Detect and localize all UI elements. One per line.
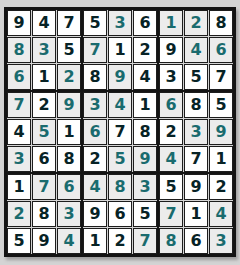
cell-r1c9[interactable]: 8: [209, 10, 233, 36]
cell-r7c5[interactable]: 8: [108, 174, 132, 200]
sudoku-box-5: 341678259: [83, 92, 157, 172]
cell-r9c8[interactable]: 6: [184, 228, 208, 254]
cell-r5c1[interactable]: 4: [7, 119, 31, 145]
cell-r1c3[interactable]: 7: [57, 10, 81, 36]
cell-r9c5[interactable]: 2: [108, 228, 132, 254]
cell-r1c8[interactable]: 2: [184, 10, 208, 36]
cell-r9c9[interactable]: 3: [209, 228, 233, 254]
cell-r8c6[interactable]: 5: [133, 201, 157, 227]
cell-r4c1[interactable]: 7: [7, 92, 31, 118]
cell-r3c3[interactable]: 2: [57, 64, 81, 90]
page: 9478356125367128941289463577294513683416…: [0, 7, 240, 265]
cell-r7c7[interactable]: 5: [159, 174, 183, 200]
cell-r7c6[interactable]: 3: [133, 174, 157, 200]
cell-r6c1[interactable]: 3: [7, 146, 31, 172]
cell-r7c2[interactable]: 7: [32, 174, 56, 200]
cell-r1c4[interactable]: 5: [83, 10, 107, 36]
cell-r6c3[interactable]: 8: [57, 146, 81, 172]
cell-r1c7[interactable]: 1: [159, 10, 183, 36]
cell-r8c5[interactable]: 6: [108, 201, 132, 227]
cell-r3c8[interactable]: 5: [184, 64, 208, 90]
cell-r6c5[interactable]: 5: [108, 146, 132, 172]
cell-r9c3[interactable]: 4: [57, 228, 81, 254]
cell-r5c2[interactable]: 5: [32, 119, 56, 145]
sudoku-box-4: 729451368: [7, 92, 81, 172]
cell-r3c4[interactable]: 8: [83, 64, 107, 90]
cell-r3c5[interactable]: 9: [108, 64, 132, 90]
cell-r6c2[interactable]: 6: [32, 146, 56, 172]
cell-r4c7[interactable]: 6: [159, 92, 183, 118]
cell-r5c4[interactable]: 6: [83, 119, 107, 145]
cell-r8c2[interactable]: 8: [32, 201, 56, 227]
cell-r7c3[interactable]: 6: [57, 174, 81, 200]
cell-r1c2[interactable]: 4: [32, 10, 56, 36]
sudoku-box-8: 483965127: [83, 174, 157, 254]
cell-r5c7[interactable]: 2: [159, 119, 183, 145]
cell-r5c6[interactable]: 8: [133, 119, 157, 145]
cell-r7c8[interactable]: 9: [184, 174, 208, 200]
cell-r2c1[interactable]: 8: [7, 37, 31, 63]
sudoku-box-3: 128946357: [159, 10, 233, 90]
cell-r3c9[interactable]: 7: [209, 64, 233, 90]
cell-r9c2[interactable]: 9: [32, 228, 56, 254]
cell-r1c5[interactable]: 3: [108, 10, 132, 36]
cell-r6c8[interactable]: 7: [184, 146, 208, 172]
cell-r8c3[interactable]: 3: [57, 201, 81, 227]
cell-r8c1[interactable]: 2: [7, 201, 31, 227]
cell-r2c7[interactable]: 9: [159, 37, 183, 63]
cell-r2c3[interactable]: 5: [57, 37, 81, 63]
cell-r7c1[interactable]: 1: [7, 174, 31, 200]
cell-r9c6[interactable]: 7: [133, 228, 157, 254]
cell-r3c1[interactable]: 6: [7, 64, 31, 90]
cell-r6c4[interactable]: 2: [83, 146, 107, 172]
cell-r1c6[interactable]: 6: [133, 10, 157, 36]
cell-r1c1[interactable]: 9: [7, 10, 31, 36]
cell-r5c3[interactable]: 1: [57, 119, 81, 145]
cell-r6c6[interactable]: 9: [133, 146, 157, 172]
cell-r2c5[interactable]: 1: [108, 37, 132, 63]
sudoku-box-6: 685239471: [159, 92, 233, 172]
cell-r5c5[interactable]: 7: [108, 119, 132, 145]
cell-r8c4[interactable]: 9: [83, 201, 107, 227]
cell-r9c1[interactable]: 5: [7, 228, 31, 254]
cell-r4c9[interactable]: 5: [209, 92, 233, 118]
cell-r9c7[interactable]: 8: [159, 228, 183, 254]
cell-r6c9[interactable]: 1: [209, 146, 233, 172]
cell-r2c9[interactable]: 6: [209, 37, 233, 63]
sudoku-box-9: 592714863: [159, 174, 233, 254]
cell-r5c9[interactable]: 9: [209, 119, 233, 145]
cell-r4c4[interactable]: 3: [83, 92, 107, 118]
sudoku-box-1: 947835612: [7, 10, 81, 90]
cell-r4c6[interactable]: 1: [133, 92, 157, 118]
sudoku-box-7: 176283594: [7, 174, 81, 254]
sudoku-box-2: 536712894: [83, 10, 157, 90]
cell-r2c8[interactable]: 4: [184, 37, 208, 63]
cell-r8c8[interactable]: 1: [184, 201, 208, 227]
cell-r2c6[interactable]: 2: [133, 37, 157, 63]
cell-r2c4[interactable]: 7: [83, 37, 107, 63]
cell-r7c4[interactable]: 4: [83, 174, 107, 200]
cell-r6c7[interactable]: 4: [159, 146, 183, 172]
cell-r8c9[interactable]: 4: [209, 201, 233, 227]
cell-r3c7[interactable]: 3: [159, 64, 183, 90]
cell-r3c6[interactable]: 4: [133, 64, 157, 90]
sudoku-board: 9478356125367128941289463577294513683416…: [4, 7, 236, 257]
cell-r8c7[interactable]: 7: [159, 201, 183, 227]
cell-r3c2[interactable]: 1: [32, 64, 56, 90]
cell-r4c8[interactable]: 8: [184, 92, 208, 118]
cell-r4c3[interactable]: 9: [57, 92, 81, 118]
cell-r2c2[interactable]: 3: [32, 37, 56, 63]
cell-r5c8[interactable]: 3: [184, 119, 208, 145]
cell-r7c9[interactable]: 2: [209, 174, 233, 200]
cell-r4c2[interactable]: 2: [32, 92, 56, 118]
cell-r4c5[interactable]: 4: [108, 92, 132, 118]
cell-r9c4[interactable]: 1: [83, 228, 107, 254]
